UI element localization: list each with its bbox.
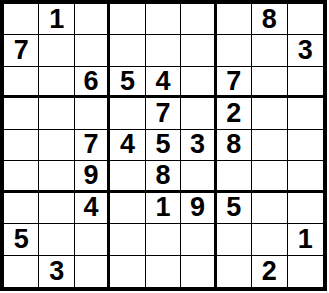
cell-r1c2-given-1[interactable]: 1: [39, 4, 74, 35]
cell-r4c4-empty[interactable]: [110, 98, 145, 129]
cell-r6c1-empty[interactable]: [4, 161, 39, 192]
cell-r6c7-empty[interactable]: [217, 161, 252, 192]
cell-r2c4-empty[interactable]: [110, 35, 145, 66]
cell-r1c9-empty[interactable]: [288, 4, 323, 35]
cell-r7c7-given-5[interactable]: 5: [217, 193, 252, 224]
cell-r8c5-empty[interactable]: [146, 224, 181, 255]
cell-r4c6-empty[interactable]: [181, 98, 216, 129]
cell-r2c8-empty[interactable]: [252, 35, 287, 66]
cell-r9c2-given-3[interactable]: 3: [39, 256, 74, 287]
cell-r7c1-empty[interactable]: [4, 193, 39, 224]
cell-r7c5-given-1[interactable]: 1: [146, 193, 181, 224]
cell-r4c3-empty[interactable]: [75, 98, 110, 129]
cell-r1c7-empty[interactable]: [217, 4, 252, 35]
cell-r4c8-empty[interactable]: [252, 98, 287, 129]
cell-r4c9-empty[interactable]: [288, 98, 323, 129]
cell-r2c7-empty[interactable]: [217, 35, 252, 66]
cell-r2c6-empty[interactable]: [181, 35, 216, 66]
cell-r9c1-empty[interactable]: [4, 256, 39, 287]
cell-r8c1-given-5[interactable]: 5: [4, 224, 39, 255]
cell-r5c1-empty[interactable]: [4, 130, 39, 161]
cell-r6c8-empty[interactable]: [252, 161, 287, 192]
cell-r9c9-empty[interactable]: [288, 256, 323, 287]
cell-r1c1-empty[interactable]: [4, 4, 39, 35]
cell-r6c5-given-8[interactable]: 8: [146, 161, 181, 192]
cell-r9c5-empty[interactable]: [146, 256, 181, 287]
cell-r2c2-empty[interactable]: [39, 35, 74, 66]
cell-r7c8-empty[interactable]: [252, 193, 287, 224]
cell-r9c7-empty[interactable]: [217, 256, 252, 287]
cell-r2c1-given-7[interactable]: 7: [4, 35, 39, 66]
cell-r7c4-empty[interactable]: [110, 193, 145, 224]
cell-r8c4-empty[interactable]: [110, 224, 145, 255]
cell-r3c1-empty[interactable]: [4, 67, 39, 98]
cell-r4c7-given-2[interactable]: 2: [217, 98, 252, 129]
cell-r3c9-empty[interactable]: [288, 67, 323, 98]
cell-r4c1-empty[interactable]: [4, 98, 39, 129]
cell-r9c6-empty[interactable]: [181, 256, 216, 287]
cell-r5c3-given-7[interactable]: 7: [75, 130, 110, 161]
cell-r8c6-empty[interactable]: [181, 224, 216, 255]
cell-r3c4-given-5[interactable]: 5: [110, 67, 145, 98]
cell-r5c6-given-3[interactable]: 3: [181, 130, 216, 161]
cell-r6c4-empty[interactable]: [110, 161, 145, 192]
cell-r9c8-given-2[interactable]: 2: [252, 256, 287, 287]
cell-r4c2-empty[interactable]: [39, 98, 74, 129]
cell-r2c3-empty[interactable]: [75, 35, 110, 66]
cell-r1c3-empty[interactable]: [75, 4, 110, 35]
cell-r7c9-empty[interactable]: [288, 193, 323, 224]
cell-r6c3-given-9[interactable]: 9: [75, 161, 110, 192]
cell-r4c5-given-7[interactable]: 7: [146, 98, 181, 129]
cell-r7c3-given-4[interactable]: 4: [75, 193, 110, 224]
cell-r6c2-empty[interactable]: [39, 161, 74, 192]
cell-r1c4-empty[interactable]: [110, 4, 145, 35]
cell-r1c6-empty[interactable]: [181, 4, 216, 35]
cell-r5c5-given-5[interactable]: 5: [146, 130, 181, 161]
cell-r3c2-empty[interactable]: [39, 67, 74, 98]
cell-r8c2-empty[interactable]: [39, 224, 74, 255]
cell-r3c6-empty[interactable]: [181, 67, 216, 98]
sudoku-puzzle: 1873654772745389841955132: [0, 0, 329, 293]
cell-r8c3-empty[interactable]: [75, 224, 110, 255]
cell-r9c3-empty[interactable]: [75, 256, 110, 287]
cell-r2c5-empty[interactable]: [146, 35, 181, 66]
cell-r2c9-given-3[interactable]: 3: [288, 35, 323, 66]
cell-r7c2-empty[interactable]: [39, 193, 74, 224]
sudoku-board: 1873654772745389841955132: [0, 0, 327, 291]
cell-r9c4-empty[interactable]: [110, 256, 145, 287]
cell-r8c9-given-1[interactable]: 1: [288, 224, 323, 255]
cell-r3c8-empty[interactable]: [252, 67, 287, 98]
cell-r3c3-given-6[interactable]: 6: [75, 67, 110, 98]
cell-r1c8-given-8[interactable]: 8: [252, 4, 287, 35]
cell-r3c7-given-7[interactable]: 7: [217, 67, 252, 98]
cell-r7c6-given-9[interactable]: 9: [181, 193, 216, 224]
cell-r3c5-given-4[interactable]: 4: [146, 67, 181, 98]
cell-r8c8-empty[interactable]: [252, 224, 287, 255]
cell-r6c9-empty[interactable]: [288, 161, 323, 192]
cell-r5c7-given-8[interactable]: 8: [217, 130, 252, 161]
cell-r1c5-empty[interactable]: [146, 4, 181, 35]
cell-r5c4-given-4[interactable]: 4: [110, 130, 145, 161]
cell-r8c7-empty[interactable]: [217, 224, 252, 255]
cell-r5c8-empty[interactable]: [252, 130, 287, 161]
cell-r6c6-empty[interactable]: [181, 161, 216, 192]
cell-r5c9-empty[interactable]: [288, 130, 323, 161]
cell-r5c2-empty[interactable]: [39, 130, 74, 161]
